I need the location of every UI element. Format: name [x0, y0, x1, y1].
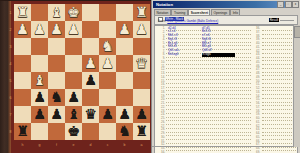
square-g3[interactable] — [31, 38, 48, 55]
file-label-c: c — [99, 143, 116, 147]
square-a7[interactable]: ♟ — [133, 106, 150, 123]
square-b3[interactable] — [116, 38, 133, 55]
square-d4[interactable]: ♟ — [82, 55, 99, 72]
file-label-f: f — [48, 143, 65, 147]
black-queen-d7[interactable]: ♛ — [84, 106, 97, 123]
black-rook-a8[interactable]: ♜ — [135, 123, 148, 140]
frame-edge — [0, 0, 151, 1]
square-c5[interactable] — [99, 72, 116, 89]
square-h7[interactable] — [14, 106, 31, 123]
square-a2[interactable]: ♟ — [133, 21, 150, 38]
square-h6[interactable] — [14, 89, 31, 106]
black-knight-b8[interactable]: ♞ — [118, 123, 131, 140]
square-c2[interactable] — [99, 21, 116, 38]
black-pawn-b7[interactable]: ♟ — [118, 106, 131, 123]
square-d2[interactable] — [82, 21, 99, 38]
black-rook-h8[interactable]: ♜ — [16, 123, 29, 140]
white-pawn-a2[interactable]: ♟ — [135, 21, 148, 38]
white-knight-c3[interactable]: ♞ — [101, 38, 114, 55]
square-f2[interactable]: ♟ — [48, 21, 65, 38]
square-a5[interactable] — [133, 72, 150, 89]
window-buttons: _ □ x — [277, 1, 299, 8]
square-b1[interactable] — [116, 4, 133, 21]
maximize-button[interactable]: □ — [285, 1, 292, 8]
black-pawn-g6[interactable]: ♟ — [33, 89, 46, 106]
black-pawn-d5[interactable]: ♟ — [84, 72, 97, 89]
black-pawn-c7[interactable]: ♟ — [101, 106, 114, 123]
scoresheet-header: White - Black Result Event: D06: Queen's… — [154, 15, 298, 26]
square-g5[interactable]: ♝ — [31, 72, 48, 89]
square-d1[interactable] — [82, 4, 99, 21]
file-label-b: b — [116, 143, 133, 147]
rank-label-2: 2 — [8, 28, 13, 32]
file-label-a: a — [133, 143, 150, 147]
square-c6[interactable] — [99, 89, 116, 106]
opening-label: Event: — [158, 19, 167, 23]
black-pawn-a7[interactable]: ♟ — [135, 106, 148, 123]
square-c8[interactable] — [99, 123, 116, 140]
square-b2[interactable]: ♟ — [116, 21, 133, 38]
square-b5[interactable] — [116, 72, 133, 89]
white-bishop-g5[interactable]: ♝ — [33, 72, 46, 89]
square-a6[interactable] — [133, 89, 150, 106]
white-pawn-c4[interactable]: ♟ — [101, 55, 114, 72]
move-number-69: 69. — [252, 151, 260, 153]
square-b6[interactable] — [116, 89, 133, 106]
white-queen-a4[interactable]: ♛ — [135, 55, 148, 72]
score-line — [166, 151, 251, 153]
white-rook-a1[interactable]: ♜ — [135, 4, 148, 21]
file-label-e: e — [65, 143, 82, 147]
scrollbar[interactable] — [293, 25, 300, 147]
move-number-34: 34. — [157, 151, 165, 153]
square-f7[interactable]: ♟ — [48, 106, 65, 123]
opening-value[interactable]: D06: Queen's Gambit (Baltic Defence) — [167, 19, 218, 23]
square-h4[interactable] — [14, 55, 31, 72]
square-a3[interactable] — [133, 38, 150, 55]
file-label-g: g — [31, 143, 48, 147]
window-title: Notation — [156, 2, 173, 7]
square-c7[interactable]: ♟ — [99, 106, 116, 123]
square-a4[interactable]: ♛ — [133, 55, 150, 72]
white-bishop-f1[interactable]: ♝ — [50, 4, 63, 21]
rank-label-4: 4 — [8, 62, 13, 66]
notation-window: Notation _ □ x NotationTrainingScoreshee… — [151, 0, 300, 153]
scrollbar-thumb[interactable] — [294, 26, 300, 38]
square-e6[interactable]: ♟ — [65, 89, 82, 106]
white-pawn-h2[interactable]: ♟ — [16, 21, 29, 38]
square-b7[interactable]: ♟ — [116, 106, 133, 123]
black-pawn-f7[interactable]: ♟ — [50, 106, 63, 123]
rank-label-5: 5 — [8, 79, 13, 83]
file-label-d: d — [82, 143, 99, 147]
rank-label-7: 7 — [8, 113, 13, 117]
square-f3[interactable] — [48, 38, 65, 55]
square-f5[interactable] — [48, 72, 65, 89]
square-c1[interactable] — [99, 4, 116, 21]
square-c3[interactable]: ♞ — [99, 38, 116, 55]
close-button[interactable]: x — [292, 1, 299, 8]
rank-label-1: 1 — [8, 11, 13, 15]
black-bishop-e7[interactable]: ♝ — [67, 106, 80, 123]
rank-label-8: 8 — [8, 130, 13, 134]
square-e8[interactable]: ♚ — [65, 123, 82, 140]
chess-board[interactable]: ♜♝♚♜♟♟♟♟♟♟♞♟♟♛♝♟♟♞♟♟♟♝♛♟♟♟♜♚♞♜ — [14, 4, 150, 140]
square-e1[interactable]: ♚ — [65, 4, 82, 21]
square-f6[interactable]: ♞ — [48, 89, 65, 106]
white-rook-h1[interactable]: ♜ — [16, 4, 29, 21]
square-d7[interactable]: ♛ — [82, 106, 99, 123]
white-pawn-f2[interactable]: ♟ — [50, 21, 63, 38]
white-pawn-e2[interactable]: ♟ — [67, 21, 80, 38]
square-e4[interactable] — [65, 55, 82, 72]
square-a8[interactable]: ♜ — [133, 123, 150, 140]
white-pawn-d4[interactable]: ♟ — [84, 55, 97, 72]
white-king-e1[interactable]: ♚ — [67, 4, 80, 21]
square-b8[interactable]: ♞ — [116, 123, 133, 140]
square-e5[interactable] — [65, 72, 82, 89]
black-king-e8[interactable]: ♚ — [67, 123, 80, 140]
black-pawn-g7[interactable]: ♟ — [33, 106, 46, 123]
scoresheet[interactable]: 1.36.d2-d4d7-d52.37.c2-c4Bc8-f53.38.Nb1-… — [154, 25, 298, 153]
square-f4[interactable] — [48, 55, 65, 72]
square-g6[interactable]: ♟ — [31, 89, 48, 106]
square-a1[interactable]: ♜ — [133, 4, 150, 21]
square-g2[interactable]: ♟ — [31, 21, 48, 38]
square-h2[interactable]: ♟ — [14, 21, 31, 38]
file-label-h: h — [14, 143, 31, 147]
board-window: ♜♝♚♜♟♟♟♟♟♟♞♟♟♛♝♟♟♞♟♟♟♝♛♟♟♟♜♚♞♜ 12345678h… — [0, 0, 151, 153]
square-g4[interactable] — [31, 55, 48, 72]
square-d3[interactable] — [82, 38, 99, 55]
minimize-button[interactable]: _ — [277, 1, 284, 8]
square-b4[interactable] — [116, 55, 133, 72]
square-e7[interactable]: ♝ — [65, 106, 82, 123]
square-h1[interactable]: ♜ — [14, 4, 31, 21]
square-g1[interactable] — [31, 4, 48, 21]
square-h5[interactable] — [14, 72, 31, 89]
black-pawn-e6[interactable]: ♟ — [67, 89, 80, 106]
white-pawn-b2[interactable]: ♟ — [118, 21, 131, 38]
square-d5[interactable]: ♟ — [82, 72, 99, 89]
square-d6[interactable] — [82, 89, 99, 106]
rank-label-6: 6 — [8, 96, 13, 100]
bottom-rule — [152, 146, 300, 147]
square-d8[interactable] — [82, 123, 99, 140]
score-line — [262, 151, 296, 153]
square-f8[interactable] — [48, 123, 65, 140]
black-knight-f6[interactable]: ♞ — [50, 89, 63, 106]
square-e2[interactable]: ♟ — [65, 21, 82, 38]
fritz-application: ♜♝♚♜♟♟♟♟♟♟♞♟♟♛♝♟♟♞♟♟♟♝♛♟♟♟♜♚♞♜ 12345678h… — [0, 0, 300, 153]
square-g7[interactable]: ♟ — [31, 106, 48, 123]
rank-label-3: 3 — [8, 45, 13, 49]
white-pawn-g2[interactable]: ♟ — [33, 21, 46, 38]
square-c4[interactable]: ♟ — [99, 55, 116, 72]
square-h8[interactable]: ♜ — [14, 123, 31, 140]
square-e3[interactable] — [65, 38, 82, 55]
square-h3[interactable] — [14, 38, 31, 55]
square-g8[interactable] — [31, 123, 48, 140]
square-f1[interactable]: ♝ — [48, 4, 65, 21]
